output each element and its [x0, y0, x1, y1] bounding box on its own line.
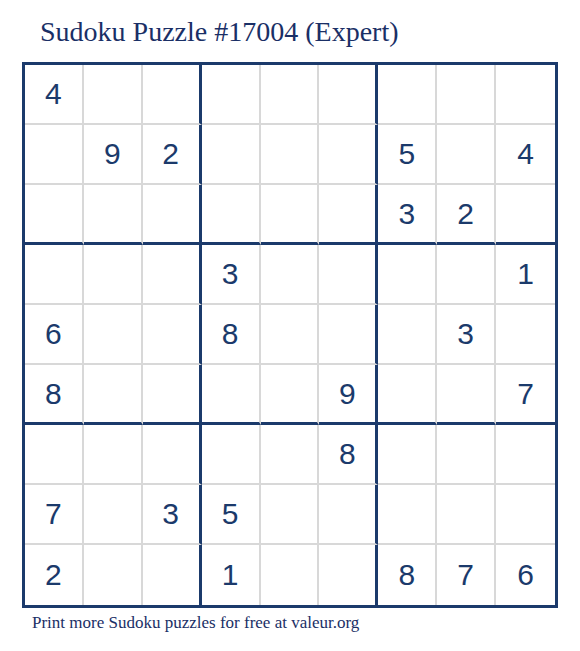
- cell-r6c1[interactable]: 8: [25, 365, 84, 425]
- cell-r5c6[interactable]: [319, 305, 378, 365]
- sudoku-board: 492543231683897873521876: [22, 62, 558, 608]
- cell-r6c4[interactable]: [202, 365, 261, 425]
- cell-r5c9[interactable]: [496, 305, 555, 365]
- cell-r7c3[interactable]: [143, 425, 202, 485]
- cell-r2c3[interactable]: 2: [143, 125, 202, 185]
- cell-r3c1[interactable]: [25, 185, 84, 245]
- cell-r1c7[interactable]: [378, 65, 437, 125]
- cell-r9c6[interactable]: [319, 545, 378, 605]
- cell-r6c3[interactable]: [143, 365, 202, 425]
- cell-r9c2[interactable]: [84, 545, 143, 605]
- cell-r3c4[interactable]: [202, 185, 261, 245]
- cell-r2c1[interactable]: [25, 125, 84, 185]
- cell-r2c7[interactable]: 5: [378, 125, 437, 185]
- cell-r8c4[interactable]: 5: [202, 485, 261, 545]
- cell-r7c1[interactable]: [25, 425, 84, 485]
- footer-text: Print more Sudoku puzzles for free at va…: [32, 613, 359, 633]
- cell-r5c5[interactable]: [261, 305, 320, 365]
- cell-r8c1[interactable]: 7: [25, 485, 84, 545]
- cell-r2c2[interactable]: 9: [84, 125, 143, 185]
- cell-r9c9[interactable]: 6: [496, 545, 555, 605]
- cell-r5c7[interactable]: [378, 305, 437, 365]
- cell-r8c8[interactable]: [437, 485, 496, 545]
- cell-r6c2[interactable]: [84, 365, 143, 425]
- cell-r9c8[interactable]: 7: [437, 545, 496, 605]
- cell-r3c8[interactable]: 2: [437, 185, 496, 245]
- cell-r7c8[interactable]: [437, 425, 496, 485]
- cell-r4c3[interactable]: [143, 245, 202, 305]
- cell-r1c9[interactable]: [496, 65, 555, 125]
- cell-r8c2[interactable]: [84, 485, 143, 545]
- cell-r4c1[interactable]: [25, 245, 84, 305]
- cell-r4c4[interactable]: 3: [202, 245, 261, 305]
- cell-r1c8[interactable]: [437, 65, 496, 125]
- cell-r2c5[interactable]: [261, 125, 320, 185]
- page-title: Sudoku Puzzle #17004 (Expert): [40, 16, 399, 48]
- cell-r2c9[interactable]: 4: [496, 125, 555, 185]
- cell-r7c9[interactable]: [496, 425, 555, 485]
- cell-r3c2[interactable]: [84, 185, 143, 245]
- cell-r1c6[interactable]: [319, 65, 378, 125]
- cell-r6c8[interactable]: [437, 365, 496, 425]
- cell-r1c3[interactable]: [143, 65, 202, 125]
- cell-r4c6[interactable]: [319, 245, 378, 305]
- cell-r7c4[interactable]: [202, 425, 261, 485]
- cell-r2c6[interactable]: [319, 125, 378, 185]
- cell-r6c5[interactable]: [261, 365, 320, 425]
- cell-r4c9[interactable]: 1: [496, 245, 555, 305]
- cell-r8c9[interactable]: [496, 485, 555, 545]
- cell-r6c6[interactable]: 9: [319, 365, 378, 425]
- cell-r4c8[interactable]: [437, 245, 496, 305]
- cell-r5c1[interactable]: 6: [25, 305, 84, 365]
- cell-r1c4[interactable]: [202, 65, 261, 125]
- cell-r4c5[interactable]: [261, 245, 320, 305]
- cell-r5c8[interactable]: 3: [437, 305, 496, 365]
- cell-r1c2[interactable]: [84, 65, 143, 125]
- cell-r7c5[interactable]: [261, 425, 320, 485]
- cell-r2c4[interactable]: [202, 125, 261, 185]
- cell-r9c1[interactable]: 2: [25, 545, 84, 605]
- cell-r3c6[interactable]: [319, 185, 378, 245]
- cell-r7c7[interactable]: [378, 425, 437, 485]
- cell-r6c9[interactable]: 7: [496, 365, 555, 425]
- cell-r1c1[interactable]: 4: [25, 65, 84, 125]
- cell-r9c7[interactable]: 8: [378, 545, 437, 605]
- cell-r5c4[interactable]: 8: [202, 305, 261, 365]
- cell-r4c7[interactable]: [378, 245, 437, 305]
- cell-r3c7[interactable]: 3: [378, 185, 437, 245]
- cell-r7c6[interactable]: 8: [319, 425, 378, 485]
- cell-r5c2[interactable]: [84, 305, 143, 365]
- cell-r8c6[interactable]: [319, 485, 378, 545]
- cell-r3c5[interactable]: [261, 185, 320, 245]
- cell-r4c2[interactable]: [84, 245, 143, 305]
- cell-r7c2[interactable]: [84, 425, 143, 485]
- page: Sudoku Puzzle #17004 (Expert) 4925432316…: [0, 0, 580, 651]
- cell-r9c4[interactable]: 1: [202, 545, 261, 605]
- cell-r1c5[interactable]: [261, 65, 320, 125]
- cell-r8c3[interactable]: 3: [143, 485, 202, 545]
- cell-r5c3[interactable]: [143, 305, 202, 365]
- cell-r9c3[interactable]: [143, 545, 202, 605]
- cell-r3c3[interactable]: [143, 185, 202, 245]
- cell-r9c5[interactable]: [261, 545, 320, 605]
- cell-r6c7[interactable]: [378, 365, 437, 425]
- cell-r8c7[interactable]: [378, 485, 437, 545]
- cell-r2c8[interactable]: [437, 125, 496, 185]
- cell-r8c5[interactable]: [261, 485, 320, 545]
- cell-r3c9[interactable]: [496, 185, 555, 245]
